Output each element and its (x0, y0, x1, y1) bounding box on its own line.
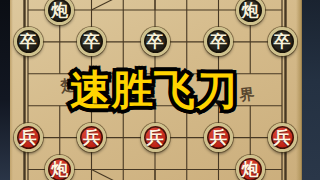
piece-character: 卒 (274, 33, 291, 50)
piece-character: 兵 (83, 129, 100, 146)
piece-black-cannon[interactable]: 炮 (236, 0, 265, 25)
river-label-jie: 界 (239, 85, 256, 105)
left-letterbox-bar (0, 0, 10, 180)
piece-character: 炮 (51, 2, 68, 19)
piece-red-soldier[interactable]: 兵 (268, 123, 297, 152)
piece-character: 炮 (242, 2, 259, 19)
piece-character: 卒 (147, 33, 164, 50)
piece-black-soldier[interactable]: 卒 (141, 27, 170, 56)
piece-character: 兵 (147, 129, 164, 146)
title-overlay: 速胜飞刀 (70, 63, 238, 118)
piece-character: 兵 (20, 129, 37, 146)
piece-black-soldier[interactable]: 卒 (14, 27, 43, 56)
board-left-edge (10, 0, 13, 180)
piece-red-cannon[interactable]: 炮 (45, 155, 74, 180)
piece-red-soldier[interactable]: 兵 (141, 123, 170, 152)
piece-character: 兵 (274, 129, 291, 146)
piece-character: 炮 (242, 161, 259, 178)
piece-character: 炮 (51, 161, 68, 178)
piece-red-cannon[interactable]: 炮 (236, 155, 265, 180)
piece-character: 卒 (83, 33, 100, 50)
piece-character: 卒 (20, 33, 37, 50)
video-frame: 楚 界 炮炮卒卒卒卒卒兵兵兵兵兵炮炮 速胜飞刀 (0, 0, 320, 180)
piece-character: 卒 (210, 33, 227, 50)
piece-red-soldier[interactable]: 兵 (14, 123, 43, 152)
piece-red-soldier[interactable]: 兵 (204, 123, 233, 152)
right-letterbox-bar (302, 0, 320, 180)
piece-black-soldier[interactable]: 卒 (268, 27, 297, 56)
piece-red-soldier[interactable]: 兵 (77, 123, 106, 152)
piece-character: 兵 (210, 129, 227, 146)
